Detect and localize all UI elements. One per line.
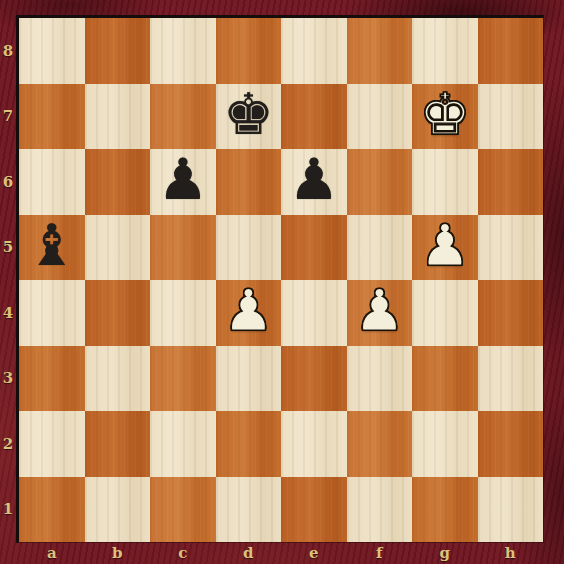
square-g1[interactable] xyxy=(412,477,478,543)
square-a5[interactable]: ♝ xyxy=(19,215,85,281)
square-f4[interactable]: ♟ xyxy=(347,280,413,346)
square-d2[interactable] xyxy=(216,411,282,477)
square-f2[interactable] xyxy=(347,411,413,477)
square-b7[interactable] xyxy=(85,84,151,150)
square-h8[interactable] xyxy=(478,18,544,84)
square-e8[interactable] xyxy=(281,18,347,84)
square-h1[interactable] xyxy=(478,477,544,543)
square-g6[interactable] xyxy=(412,149,478,215)
square-a2[interactable] xyxy=(19,411,85,477)
square-e2[interactable] xyxy=(281,411,347,477)
square-a1[interactable] xyxy=(19,477,85,543)
square-h2[interactable] xyxy=(478,411,544,477)
square-d1[interactable] xyxy=(216,477,282,543)
file-label-b: b xyxy=(85,542,151,563)
board-frame: ♚♚♟♟♝♟♟♟ xyxy=(16,15,544,543)
square-g3[interactable] xyxy=(412,346,478,412)
square-g2[interactable] xyxy=(412,411,478,477)
piece-white-king[interactable]: ♚ xyxy=(419,86,470,143)
square-c8[interactable] xyxy=(150,18,216,84)
piece-white-pawn[interactable]: ♟ xyxy=(419,217,470,274)
piece-black-pawn[interactable]: ♟ xyxy=(157,151,208,208)
square-e1[interactable] xyxy=(281,477,347,543)
rank-label-8: 8 xyxy=(0,18,16,84)
square-d7[interactable]: ♚ xyxy=(216,84,282,150)
square-e6[interactable]: ♟ xyxy=(281,149,347,215)
square-b5[interactable] xyxy=(85,215,151,281)
square-f7[interactable] xyxy=(347,84,413,150)
square-a7[interactable] xyxy=(19,84,85,150)
square-a4[interactable] xyxy=(19,280,85,346)
square-d5[interactable] xyxy=(216,215,282,281)
square-b2[interactable] xyxy=(85,411,151,477)
rank-label-5: 5 xyxy=(0,215,16,281)
square-c7[interactable] xyxy=(150,84,216,150)
square-e3[interactable] xyxy=(281,346,347,412)
square-d4[interactable]: ♟ xyxy=(216,280,282,346)
square-b4[interactable] xyxy=(85,280,151,346)
file-labels: a b c d e f g h xyxy=(19,542,543,563)
square-f3[interactable] xyxy=(347,346,413,412)
file-label-a: a xyxy=(19,542,85,563)
rank-label-6: 6 xyxy=(0,149,16,215)
piece-black-king[interactable]: ♚ xyxy=(223,86,274,143)
square-f8[interactable] xyxy=(347,18,413,84)
rank-label-1: 1 xyxy=(0,477,16,543)
square-g7[interactable]: ♚ xyxy=(412,84,478,150)
square-c1[interactable] xyxy=(150,477,216,543)
rank-label-3: 3 xyxy=(0,346,16,412)
file-label-g: g xyxy=(412,542,478,563)
square-h7[interactable] xyxy=(478,84,544,150)
square-c5[interactable] xyxy=(150,215,216,281)
square-e5[interactable] xyxy=(281,215,347,281)
square-g4[interactable] xyxy=(412,280,478,346)
square-b3[interactable] xyxy=(85,346,151,412)
rank-label-7: 7 xyxy=(0,84,16,150)
square-g5[interactable]: ♟ xyxy=(412,215,478,281)
board: ♚♚♟♟♝♟♟♟ xyxy=(19,18,543,542)
rank-label-4: 4 xyxy=(0,280,16,346)
file-label-e: e xyxy=(281,542,347,563)
rank-labels: 8 7 6 5 4 3 2 1 xyxy=(0,18,16,542)
square-b8[interactable] xyxy=(85,18,151,84)
piece-white-pawn[interactable]: ♟ xyxy=(223,282,274,339)
square-d8[interactable] xyxy=(216,18,282,84)
square-a8[interactable] xyxy=(19,18,85,84)
square-e4[interactable] xyxy=(281,280,347,346)
piece-black-pawn[interactable]: ♟ xyxy=(288,151,339,208)
square-g8[interactable] xyxy=(412,18,478,84)
piece-black-bishop[interactable]: ♝ xyxy=(26,217,77,274)
square-c3[interactable] xyxy=(150,346,216,412)
file-label-f: f xyxy=(347,542,413,563)
square-d3[interactable] xyxy=(216,346,282,412)
square-b6[interactable] xyxy=(85,149,151,215)
square-b1[interactable] xyxy=(85,477,151,543)
square-f6[interactable] xyxy=(347,149,413,215)
square-c2[interactable] xyxy=(150,411,216,477)
square-f1[interactable] xyxy=(347,477,413,543)
square-h6[interactable] xyxy=(478,149,544,215)
file-label-d: d xyxy=(216,542,282,563)
piece-white-pawn[interactable]: ♟ xyxy=(354,282,405,339)
square-e7[interactable] xyxy=(281,84,347,150)
square-a6[interactable] xyxy=(19,149,85,215)
rank-label-2: 2 xyxy=(0,411,16,477)
square-a3[interactable] xyxy=(19,346,85,412)
file-label-h: h xyxy=(478,542,544,563)
square-d6[interactable] xyxy=(216,149,282,215)
square-c6[interactable]: ♟ xyxy=(150,149,216,215)
file-label-c: c xyxy=(150,542,216,563)
square-f5[interactable] xyxy=(347,215,413,281)
square-h4[interactable] xyxy=(478,280,544,346)
square-h3[interactable] xyxy=(478,346,544,412)
square-c4[interactable] xyxy=(150,280,216,346)
square-h5[interactable] xyxy=(478,215,544,281)
